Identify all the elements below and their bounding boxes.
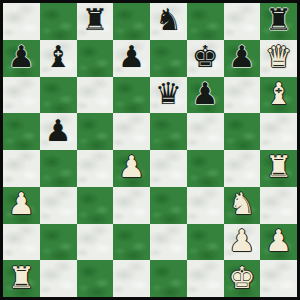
square-c8[interactable]: ♜: [77, 3, 114, 40]
square-c7[interactable]: [77, 40, 114, 77]
square-g2[interactable]: ♟: [224, 224, 261, 261]
square-b1[interactable]: [40, 260, 77, 297]
square-f4[interactable]: [187, 150, 224, 187]
square-d7[interactable]: ♟: [113, 40, 150, 77]
square-g6[interactable]: [224, 77, 261, 114]
square-b3[interactable]: [40, 187, 77, 224]
square-h3[interactable]: [260, 187, 297, 224]
piece-white-bishop[interactable]: ♝: [265, 79, 292, 109]
square-b7[interactable]: ♝: [40, 40, 77, 77]
square-c6[interactable]: [77, 77, 114, 114]
square-b4[interactable]: [40, 150, 77, 187]
piece-white-king[interactable]: ♚: [228, 263, 255, 293]
piece-white-pawn[interactable]: ♟: [8, 189, 35, 219]
square-h8[interactable]: ♜: [260, 3, 297, 40]
square-a4[interactable]: [3, 150, 40, 187]
square-a5[interactable]: [3, 113, 40, 150]
square-f3[interactable]: [187, 187, 224, 224]
square-d5[interactable]: [113, 113, 150, 150]
piece-black-pawn[interactable]: ♟: [45, 116, 72, 146]
piece-black-pawn[interactable]: ♟: [118, 42, 145, 72]
square-f2[interactable]: [187, 224, 224, 261]
square-g4[interactable]: [224, 150, 261, 187]
square-d1[interactable]: [113, 260, 150, 297]
square-d4[interactable]: ♟: [113, 150, 150, 187]
square-a6[interactable]: [3, 77, 40, 114]
square-g1[interactable]: ♚: [224, 260, 261, 297]
square-e3[interactable]: [150, 187, 187, 224]
piece-black-knight[interactable]: ♞: [155, 5, 182, 35]
piece-white-pawn[interactable]: ♟: [265, 226, 292, 256]
square-f6[interactable]: ♟: [187, 77, 224, 114]
square-c5[interactable]: [77, 113, 114, 150]
square-a2[interactable]: [3, 224, 40, 261]
square-a8[interactable]: [3, 3, 40, 40]
square-f1[interactable]: [187, 260, 224, 297]
square-f7[interactable]: ♚: [187, 40, 224, 77]
square-c4[interactable]: [77, 150, 114, 187]
square-h6[interactable]: ♝: [260, 77, 297, 114]
square-e7[interactable]: [150, 40, 187, 77]
square-f8[interactable]: [187, 3, 224, 40]
square-e6[interactable]: ♛: [150, 77, 187, 114]
square-b6[interactable]: [40, 77, 77, 114]
square-b8[interactable]: [40, 3, 77, 40]
square-a7[interactable]: ♟: [3, 40, 40, 77]
square-g7[interactable]: ♟: [224, 40, 261, 77]
square-e2[interactable]: [150, 224, 187, 261]
piece-black-queen[interactable]: ♛: [155, 79, 182, 109]
square-b5[interactable]: ♟: [40, 113, 77, 150]
square-h7[interactable]: ♛: [260, 40, 297, 77]
piece-black-king[interactable]: ♚: [192, 42, 219, 72]
piece-white-knight[interactable]: ♞: [228, 189, 255, 219]
square-a3[interactable]: ♟: [3, 187, 40, 224]
square-a1[interactable]: ♜: [3, 260, 40, 297]
square-c1[interactable]: [77, 260, 114, 297]
piece-black-rook[interactable]: ♜: [81, 5, 108, 35]
piece-black-pawn[interactable]: ♟: [8, 42, 35, 72]
piece-black-bishop[interactable]: ♝: [45, 42, 72, 72]
square-h4[interactable]: ♜: [260, 150, 297, 187]
chess-board-frame: ♜♞♜♟♝♟♚♟♛♛♟♝♟♟♜♟♞♟♟♜♚: [0, 0, 300, 300]
piece-black-pawn[interactable]: ♟: [228, 42, 255, 72]
square-g3[interactable]: ♞: [224, 187, 261, 224]
square-b2[interactable]: [40, 224, 77, 261]
square-g8[interactable]: [224, 3, 261, 40]
piece-white-rook[interactable]: ♜: [265, 152, 292, 182]
piece-white-pawn[interactable]: ♟: [228, 226, 255, 256]
square-c3[interactable]: [77, 187, 114, 224]
square-e1[interactable]: [150, 260, 187, 297]
square-g5[interactable]: [224, 113, 261, 150]
square-h5[interactable]: [260, 113, 297, 150]
square-d3[interactable]: [113, 187, 150, 224]
square-h1[interactable]: [260, 260, 297, 297]
square-h2[interactable]: ♟: [260, 224, 297, 261]
piece-white-queen[interactable]: ♛: [265, 42, 292, 72]
square-d2[interactable]: [113, 224, 150, 261]
piece-white-pawn[interactable]: ♟: [118, 152, 145, 182]
square-d8[interactable]: [113, 3, 150, 40]
square-c2[interactable]: [77, 224, 114, 261]
square-e4[interactable]: [150, 150, 187, 187]
piece-black-pawn[interactable]: ♟: [192, 79, 219, 109]
square-d6[interactable]: [113, 77, 150, 114]
square-e5[interactable]: [150, 113, 187, 150]
piece-white-rook[interactable]: ♜: [8, 263, 35, 293]
square-e8[interactable]: ♞: [150, 3, 187, 40]
chess-board: ♜♞♜♟♝♟♚♟♛♛♟♝♟♟♜♟♞♟♟♜♚: [3, 3, 297, 297]
piece-black-rook[interactable]: ♜: [265, 5, 292, 35]
square-f5[interactable]: [187, 113, 224, 150]
